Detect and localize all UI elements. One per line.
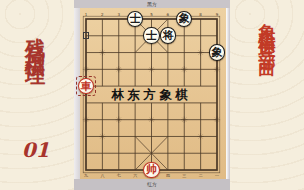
board-point[interactable]: 将 <box>160 27 176 44</box>
piece-black-advisor[interactable]: 士 <box>143 27 159 44</box>
piece-black-elephant[interactable]: 象 <box>176 11 192 28</box>
xiangqi-board[interactable]: 123456789 九八七六五四三二一 林东方象棋 士象士将象車帅 <box>80 8 226 179</box>
piece-black-advisor[interactable]: 士 <box>127 11 143 28</box>
right-chrome-strip <box>226 8 230 179</box>
left-title-banner: 残局棋理 01 <box>0 0 74 190</box>
board-point[interactable]: 象 <box>209 44 225 61</box>
board-grid: 士象士将象車帅 <box>78 11 225 179</box>
right-title-banner: 象棋棋理三部曲 <box>230 0 304 190</box>
black-side-label: 黑方 <box>74 0 230 8</box>
left-banner-number: 01 <box>22 138 50 162</box>
board-point[interactable]: 車 <box>78 78 94 95</box>
board-point[interactable]: 士 <box>143 27 159 44</box>
piece-black-elephant[interactable]: 象 <box>209 44 225 61</box>
board-point[interactable]: 士 <box>127 11 143 28</box>
last-move-origin-marker <box>78 27 94 44</box>
piece-black-general[interactable]: 将 <box>160 27 176 44</box>
video-frame: 残局棋理 01 象棋棋理三部曲 黑方 红方 123456789 九八七六五四三二… <box>0 0 304 190</box>
board-point[interactable]: 帅 <box>143 161 159 178</box>
piece-red-chariot[interactable]: 車 <box>78 78 94 95</box>
left-banner-title: 残局棋理 <box>25 22 45 58</box>
piece-red-general[interactable]: 帅 <box>143 162 159 179</box>
move-origin-square <box>83 32 90 39</box>
right-banner-title: 象棋棋理三部曲 <box>259 9 276 51</box>
board-point[interactable]: 象 <box>176 11 192 28</box>
